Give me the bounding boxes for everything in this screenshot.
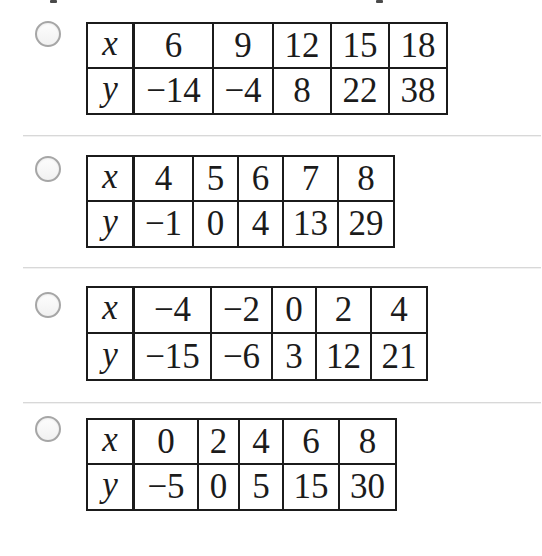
radio-option-2[interactable] [35,156,61,182]
row-label-x: x [88,420,135,465]
table-cell: 6 [239,157,284,202]
table-cell: 3 [273,334,317,380]
quiz-answer-options: x 6 9 12 15 18 y −14 −4 8 22 38 x 4 5 6 … [0,0,542,556]
table-cell: 4 [239,202,284,247]
row-label-y: y [88,465,135,510]
table-cell: −6 [212,334,273,380]
table-cell: 13 [284,202,339,247]
table-cell: 8 [274,69,332,114]
row-label-y: y [88,69,135,114]
table-cell: 30 [340,465,395,510]
table-cell: 2 [317,288,372,334]
table-cell: 6 [284,420,340,465]
table-cell: 12 [274,24,332,69]
table-cell: 0 [135,420,199,465]
table-cell: 0 [199,465,240,510]
table-cell: 8 [340,420,395,465]
table-cell: −14 [135,69,214,114]
radio-option-1[interactable] [35,21,61,47]
table-cell: −4 [135,288,212,334]
table-cell: 15 [332,24,390,69]
table-cell: −4 [214,69,274,114]
table-cell: 4 [135,157,194,202]
table-cell: 22 [332,69,390,114]
table-cell: −1 [135,202,194,247]
table-cell: 29 [339,202,393,247]
table-cell: 38 [390,69,446,114]
table-cell: 0 [194,202,239,247]
row-label-y: y [88,334,135,380]
option-4-table[interactable]: x 0 2 4 6 8 y −5 0 5 15 30 [86,418,397,511]
table-cell: 7 [284,157,339,202]
table-cell: 5 [240,465,284,510]
table-cell: 6 [135,24,214,69]
table-cell: 4 [372,288,426,334]
row-label-x: x [88,288,135,334]
radio-option-4[interactable] [35,416,61,442]
table-cell: 18 [390,24,446,69]
clipped-text-fragment [376,0,383,3]
option-divider [23,267,541,269]
row-label-x: x [88,24,135,69]
table-cell: 21 [372,334,426,380]
table-cell: 0 [273,288,317,334]
table-cell: 8 [339,157,393,202]
option-divider [23,402,541,404]
option-1-table[interactable]: x 6 9 12 15 18 y −14 −4 8 22 38 [86,22,448,115]
table-cell: 4 [240,420,284,465]
table-cell: −5 [135,465,199,510]
table-cell: 15 [284,465,340,510]
option-3-table[interactable]: x −4 −2 0 2 4 y −15 −6 3 12 21 [86,286,428,381]
table-cell: 12 [317,334,372,380]
option-2-table[interactable]: x 4 5 6 7 8 y −1 0 4 13 29 [86,155,395,248]
table-cell: −2 [212,288,273,334]
table-cell: 5 [194,157,239,202]
option-divider [23,135,541,137]
row-label-x: x [88,157,135,202]
table-cell: 9 [214,24,274,69]
table-cell: 2 [199,420,240,465]
radio-option-3[interactable] [35,292,61,318]
table-cell: −15 [135,334,212,380]
row-label-y: y [88,202,135,247]
clipped-text-fragment [50,0,57,3]
